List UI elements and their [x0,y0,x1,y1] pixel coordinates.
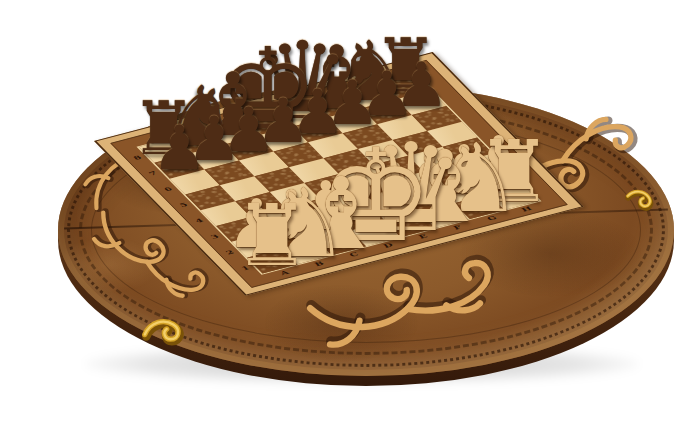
brass-clasp-left-icon [136,315,185,347]
product-photo: 12345678ABCDEFGH ♜♞♝♚♛♝♞♜♟♟♟♟♟♟♟♟♟♟♟♟♟♟♟… [0,0,680,425]
piece-white-rook[interactable]: ♜ [234,193,310,278]
piece-black-pawn[interactable]: ♟ [152,117,207,178]
